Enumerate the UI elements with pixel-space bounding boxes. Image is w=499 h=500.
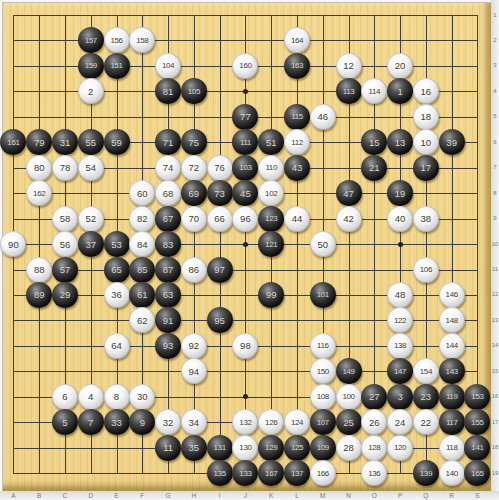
stone-move-number: 140 — [446, 469, 458, 478]
stone-black-139[interactable]: 139 — [413, 460, 439, 486]
stone-black-117[interactable]: 117 — [439, 409, 465, 435]
stone-black-71[interactable]: 71 — [155, 129, 181, 155]
stone-white-162[interactable]: 162 — [26, 180, 52, 206]
stone-move-number: 87 — [163, 264, 174, 275]
stone-white-50[interactable]: 50 — [310, 231, 336, 257]
stone-move-number: 163 — [291, 61, 303, 70]
stone-black-61[interactable]: 61 — [129, 282, 155, 308]
stone-move-number: 17 — [421, 162, 432, 173]
stone-white-24[interactable]: 24 — [387, 409, 413, 435]
stone-move-number: 119 — [446, 392, 458, 401]
stone-black-159[interactable]: 159 — [78, 53, 104, 79]
stone-move-number: 8 — [114, 391, 119, 402]
stone-move-number: 35 — [189, 442, 200, 453]
column-label-P: P — [393, 492, 407, 499]
stone-white-146[interactable]: 146 — [439, 282, 465, 308]
go-game-window: 1571561581641591511041601631220281105113… — [0, 0, 499, 500]
stone-black-141[interactable]: 141 — [464, 435, 490, 461]
stone-move-number: 148 — [446, 316, 458, 325]
stone-move-number: 120 — [394, 443, 406, 452]
stone-black-57[interactable]: 57 — [52, 257, 78, 283]
stone-black-115[interactable]: 115 — [284, 104, 310, 130]
stone-move-number: 167 — [265, 469, 277, 478]
stone-white-88[interactable]: 88 — [26, 257, 52, 283]
stone-white-112[interactable]: 112 — [284, 129, 310, 155]
stone-black-83[interactable]: 83 — [155, 231, 181, 257]
stone-black-77[interactable]: 77 — [232, 104, 258, 130]
stone-move-number: 33 — [111, 417, 122, 428]
stone-move-number: 85 — [137, 264, 148, 275]
stone-black-5[interactable]: 5 — [52, 409, 78, 435]
stone-move-number: 90 — [8, 239, 19, 250]
stone-black-43[interactable]: 43 — [284, 155, 310, 181]
stone-white-70[interactable]: 70 — [181, 206, 207, 232]
stone-move-number: 101 — [317, 290, 329, 299]
stone-move-number: 52 — [85, 213, 96, 224]
stone-move-number: 82 — [137, 213, 148, 224]
stone-white-26[interactable]: 26 — [361, 409, 387, 435]
stone-white-150[interactable]: 150 — [310, 358, 336, 384]
stone-white-102[interactable]: 102 — [258, 180, 284, 206]
stone-black-33[interactable]: 33 — [104, 409, 130, 435]
stone-move-number: 135 — [214, 469, 226, 478]
stone-move-number: 108 — [317, 392, 329, 401]
stone-white-30[interactable]: 30 — [129, 384, 155, 410]
stone-white-158[interactable]: 158 — [129, 27, 155, 53]
stone-black-133[interactable]: 133 — [232, 460, 258, 486]
stone-move-number: 117 — [446, 418, 458, 427]
stone-white-74[interactable]: 74 — [155, 155, 181, 181]
stone-move-number: 39 — [446, 137, 457, 148]
stone-white-110[interactable]: 110 — [258, 155, 284, 181]
stone-move-number: 104 — [162, 61, 174, 70]
stone-white-20[interactable]: 20 — [387, 53, 413, 79]
stone-white-66[interactable]: 66 — [207, 206, 233, 232]
stone-white-56[interactable]: 56 — [52, 231, 78, 257]
stone-black-153[interactable]: 153 — [464, 384, 490, 410]
stone-move-number: 75 — [189, 137, 200, 148]
row-label-9: 9 — [490, 215, 499, 221]
stone-black-51[interactable]: 51 — [258, 129, 284, 155]
stone-white-98[interactable]: 98 — [232, 333, 258, 359]
column-label-R: R — [445, 492, 459, 499]
stone-move-number: 126 — [265, 418, 277, 427]
stone-white-130[interactable]: 130 — [232, 435, 258, 461]
stone-black-151[interactable]: 151 — [104, 53, 130, 79]
stone-move-number: 43 — [292, 162, 303, 173]
stone-black-87[interactable]: 87 — [155, 257, 181, 283]
stone-white-94[interactable]: 94 — [181, 358, 207, 384]
row-label-10: 10 — [490, 241, 499, 247]
stone-white-128[interactable]: 128 — [361, 435, 387, 461]
stone-black-93[interactable]: 93 — [155, 333, 181, 359]
stone-black-47[interactable]: 47 — [336, 180, 362, 206]
stone-black-113[interactable]: 113 — [336, 78, 362, 104]
stone-black-143[interactable]: 143 — [439, 358, 465, 384]
stone-black-13[interactable]: 13 — [387, 129, 413, 155]
stone-white-76[interactable]: 76 — [207, 155, 233, 181]
stone-white-114[interactable]: 114 — [361, 78, 387, 104]
stone-black-81[interactable]: 81 — [155, 78, 181, 104]
stone-move-number: 139 — [420, 469, 432, 478]
stone-move-number: 18 — [421, 111, 432, 122]
stone-move-number: 81 — [163, 86, 174, 97]
stone-white-126[interactable]: 126 — [258, 409, 284, 435]
stone-move-number: 7 — [88, 417, 93, 428]
stone-black-29[interactable]: 29 — [52, 282, 78, 308]
stone-move-number: 56 — [60, 239, 71, 250]
stone-move-number: 137 — [291, 469, 303, 478]
column-label-O: O — [367, 492, 381, 499]
stone-white-96[interactable]: 96 — [232, 206, 258, 232]
row-label-8: 8 — [490, 190, 499, 196]
stone-move-number: 46 — [317, 111, 328, 122]
row-label-12: 12 — [490, 291, 499, 297]
stone-move-number: 16 — [421, 86, 432, 97]
stone-black-27[interactable]: 27 — [361, 384, 387, 410]
stone-black-99[interactable]: 99 — [258, 282, 284, 308]
stone-move-number: 2 — [88, 86, 93, 97]
stone-move-number: 146 — [446, 290, 458, 299]
stone-black-97[interactable]: 97 — [207, 257, 233, 283]
stone-move-number: 62 — [137, 315, 148, 326]
column-label-I: I — [213, 492, 227, 499]
stone-white-46[interactable]: 46 — [310, 104, 336, 130]
stone-move-number: 96 — [240, 213, 251, 224]
row-label-14: 14 — [490, 342, 499, 348]
stone-move-number: 32 — [163, 417, 174, 428]
stone-white-84[interactable]: 84 — [129, 231, 155, 257]
stone-move-number: 164 — [291, 36, 303, 45]
stone-move-number: 65 — [111, 264, 122, 275]
stone-black-17[interactable]: 17 — [413, 155, 439, 181]
row-label-11: 11 — [490, 266, 499, 272]
stone-move-number: 70 — [189, 213, 200, 224]
stone-move-number: 107 — [317, 418, 329, 427]
stone-white-6[interactable]: 6 — [52, 384, 78, 410]
stone-white-48[interactable]: 48 — [387, 282, 413, 308]
row-label-7: 7 — [490, 164, 499, 170]
stone-white-10[interactable]: 10 — [413, 129, 439, 155]
stone-black-137[interactable]: 137 — [284, 460, 310, 486]
stone-black-67[interactable]: 67 — [155, 206, 181, 232]
stone-black-15[interactable]: 15 — [361, 129, 387, 155]
stone-move-number: 99 — [266, 289, 277, 300]
row-label-17: 17 — [490, 419, 499, 425]
stone-move-number: 19 — [395, 188, 406, 199]
stone-white-34[interactable]: 34 — [181, 409, 207, 435]
row-label-2: 2 — [490, 37, 499, 43]
stone-white-120[interactable]: 120 — [387, 435, 413, 461]
stone-white-64[interactable]: 64 — [104, 333, 130, 359]
stone-move-number: 29 — [60, 289, 71, 300]
stone-white-140[interactable]: 140 — [439, 460, 465, 486]
stone-move-number: 129 — [265, 443, 277, 452]
stone-black-111[interactable]: 111 — [232, 129, 258, 155]
stone-white-124[interactable]: 124 — [284, 409, 310, 435]
stone-white-58[interactable]: 58 — [52, 206, 78, 232]
stone-move-number: 34 — [189, 417, 200, 428]
column-label-L: L — [290, 492, 304, 499]
stone-move-number: 30 — [137, 391, 148, 402]
stone-move-number: 94 — [189, 366, 200, 377]
stone-move-number: 6 — [62, 391, 67, 402]
stone-move-number: 122 — [394, 316, 406, 325]
column-label-G: G — [161, 492, 175, 499]
stone-move-number: 153 — [471, 392, 483, 401]
stone-white-166[interactable]: 166 — [310, 460, 336, 486]
column-label-A: A — [6, 492, 20, 499]
stone-black-107[interactable]: 107 — [310, 409, 336, 435]
star-point — [243, 242, 248, 247]
stone-white-72[interactable]: 72 — [181, 155, 207, 181]
column-label-F: F — [135, 492, 149, 499]
stone-move-number: 61 — [137, 289, 148, 300]
stone-move-number: 130 — [239, 443, 251, 452]
stone-black-161[interactable]: 161 — [0, 129, 26, 155]
stone-white-16[interactable]: 16 — [413, 78, 439, 104]
stone-white-32[interactable]: 32 — [155, 409, 181, 435]
stone-black-165[interactable]: 165 — [464, 460, 490, 486]
stone-black-9[interactable]: 9 — [129, 409, 155, 435]
stone-black-157[interactable]: 157 — [78, 27, 104, 53]
stone-move-number: 31 — [60, 137, 71, 148]
stone-move-number: 166 — [317, 469, 329, 478]
stone-black-73[interactable]: 73 — [207, 180, 233, 206]
stone-white-86[interactable]: 86 — [181, 257, 207, 283]
stone-white-156[interactable]: 156 — [104, 27, 130, 53]
stone-black-3[interactable]: 3 — [387, 384, 413, 410]
stone-white-44[interactable]: 44 — [284, 206, 310, 232]
stone-move-number: 27 — [369, 391, 380, 402]
stone-black-55[interactable]: 55 — [78, 129, 104, 155]
stone-white-104[interactable]: 104 — [155, 53, 181, 79]
stone-move-number: 144 — [446, 341, 458, 350]
stone-black-121[interactable]: 121 — [258, 231, 284, 257]
stone-white-38[interactable]: 38 — [413, 206, 439, 232]
column-label-D: D — [84, 492, 98, 499]
stone-black-123[interactable]: 123 — [258, 206, 284, 232]
stone-white-8[interactable]: 8 — [104, 384, 130, 410]
stone-move-number: 13 — [395, 137, 406, 148]
stone-black-31[interactable]: 31 — [52, 129, 78, 155]
stone-white-116[interactable]: 116 — [310, 333, 336, 359]
stone-white-62[interactable]: 62 — [129, 307, 155, 333]
stone-black-89[interactable]: 89 — [26, 282, 52, 308]
stone-black-155[interactable]: 155 — [464, 409, 490, 435]
stone-move-number: 74 — [163, 162, 174, 173]
row-label-4: 4 — [490, 88, 499, 94]
stone-black-135[interactable]: 135 — [207, 460, 233, 486]
stone-black-129[interactable]: 129 — [258, 435, 284, 461]
stone-white-54[interactable]: 54 — [78, 155, 104, 181]
stone-move-number: 150 — [317, 367, 329, 376]
stone-move-number: 69 — [189, 188, 200, 199]
stone-white-164[interactable]: 164 — [284, 27, 310, 53]
stone-move-number: 116 — [317, 341, 329, 350]
column-label-N: N — [342, 492, 356, 499]
stone-move-number: 158 — [136, 36, 148, 45]
stone-move-number: 51 — [266, 137, 277, 148]
stone-white-2[interactable]: 2 — [78, 78, 104, 104]
column-label-B: B — [32, 492, 46, 499]
go-board[interactable]: 1571561581641591511041601631220281105113… — [3, 3, 491, 491]
stone-white-122[interactable]: 122 — [387, 307, 413, 333]
stone-black-59[interactable]: 59 — [104, 129, 130, 155]
stone-move-number: 115 — [291, 112, 303, 121]
stone-move-number: 24 — [395, 417, 406, 428]
stone-white-68[interactable]: 68 — [155, 180, 181, 206]
grid-horizontal-line — [13, 15, 478, 16]
stone-move-number: 4 — [88, 391, 93, 402]
stone-black-69[interactable]: 69 — [181, 180, 207, 206]
stone-black-45[interactable]: 45 — [232, 180, 258, 206]
stone-white-106[interactable]: 106 — [413, 257, 439, 283]
stone-black-21[interactable]: 21 — [361, 155, 387, 181]
stone-move-number: 133 — [239, 469, 251, 478]
stone-black-11[interactable]: 11 — [155, 435, 181, 461]
stone-black-75[interactable]: 75 — [181, 129, 207, 155]
stone-white-42[interactable]: 42 — [336, 206, 362, 232]
stone-move-number: 103 — [239, 163, 251, 172]
stone-white-18[interactable]: 18 — [413, 104, 439, 130]
stone-move-number: 37 — [85, 239, 96, 250]
stone-white-28[interactable]: 28 — [336, 435, 362, 461]
stone-white-80[interactable]: 80 — [26, 155, 52, 181]
stone-white-148[interactable]: 148 — [439, 307, 465, 333]
stone-black-39[interactable]: 39 — [439, 129, 465, 155]
stone-move-number: 80 — [34, 162, 45, 173]
stone-move-number: 57 — [60, 264, 71, 275]
stone-move-number: 156 — [110, 36, 122, 45]
stone-white-78[interactable]: 78 — [52, 155, 78, 181]
stone-black-79[interactable]: 79 — [26, 129, 52, 155]
stone-black-91[interactable]: 91 — [155, 307, 181, 333]
stone-black-19[interactable]: 19 — [387, 180, 413, 206]
stone-white-22[interactable]: 22 — [413, 409, 439, 435]
stone-white-92[interactable]: 92 — [181, 333, 207, 359]
stone-move-number: 84 — [137, 239, 148, 250]
stone-white-40[interactable]: 40 — [387, 206, 413, 232]
stone-white-132[interactable]: 132 — [232, 409, 258, 435]
stone-white-160[interactable]: 160 — [232, 53, 258, 79]
stone-move-number: 66 — [214, 213, 225, 224]
stone-move-number: 3 — [397, 391, 402, 402]
stone-move-number: 165 — [471, 469, 483, 478]
stone-move-number: 12 — [343, 60, 354, 71]
stone-white-60[interactable]: 60 — [129, 180, 155, 206]
stone-move-number: 58 — [60, 213, 71, 224]
stone-black-85[interactable]: 85 — [129, 257, 155, 283]
stone-white-136[interactable]: 136 — [361, 460, 387, 486]
star-point — [398, 242, 403, 247]
stone-black-65[interactable]: 65 — [104, 257, 130, 283]
row-label-18: 18 — [490, 444, 499, 450]
stone-black-35[interactable]: 35 — [181, 435, 207, 461]
stone-move-number: 11 — [163, 442, 173, 453]
stone-white-138[interactable]: 138 — [387, 333, 413, 359]
stone-white-36[interactable]: 36 — [104, 282, 130, 308]
stone-move-number: 114 — [369, 87, 381, 96]
stone-move-number: 131 — [214, 443, 226, 452]
stone-black-23[interactable]: 23 — [413, 384, 439, 410]
row-label-3: 3 — [490, 62, 499, 68]
stone-move-number: 54 — [85, 162, 96, 173]
stone-move-number: 157 — [85, 36, 97, 45]
stone-move-number: 26 — [369, 417, 380, 428]
stone-black-163[interactable]: 163 — [284, 53, 310, 79]
stone-white-108[interactable]: 108 — [310, 384, 336, 410]
stone-move-number: 89 — [34, 289, 45, 300]
column-label-S: S — [470, 492, 484, 499]
stone-move-number: 72 — [189, 162, 200, 173]
stone-black-25[interactable]: 25 — [336, 409, 362, 435]
stone-black-119[interactable]: 119 — [439, 384, 465, 410]
stone-white-144[interactable]: 144 — [439, 333, 465, 359]
stone-black-125[interactable]: 125 — [284, 435, 310, 461]
stone-move-number: 78 — [60, 162, 71, 173]
stone-black-101[interactable]: 101 — [310, 282, 336, 308]
stone-black-7[interactable]: 7 — [78, 409, 104, 435]
stone-white-4[interactable]: 4 — [78, 384, 104, 410]
column-label-Q: Q — [419, 492, 433, 499]
stone-move-number: 113 — [343, 87, 355, 96]
row-label-1: 1 — [490, 12, 499, 18]
stone-white-52[interactable]: 52 — [78, 206, 104, 232]
stone-black-103[interactable]: 103 — [232, 155, 258, 181]
stone-black-95[interactable]: 95 — [207, 307, 233, 333]
stone-move-number: 88 — [34, 264, 45, 275]
stone-black-167[interactable]: 167 — [258, 460, 284, 486]
stone-black-63[interactable]: 63 — [155, 282, 181, 308]
column-label-J: J — [238, 492, 252, 499]
stone-black-105[interactable]: 105 — [181, 78, 207, 104]
stone-black-147[interactable]: 147 — [387, 358, 413, 384]
stone-move-number: 73 — [214, 188, 225, 199]
stone-move-number: 45 — [240, 188, 251, 199]
column-label-E: E — [110, 492, 124, 499]
stone-move-number: 60 — [137, 188, 148, 199]
stone-move-number: 106 — [420, 265, 432, 274]
stone-move-number: 38 — [421, 213, 432, 224]
stone-move-number: 50 — [317, 239, 328, 250]
stone-move-number: 162 — [33, 189, 45, 198]
stone-move-number: 93 — [163, 340, 174, 351]
stone-black-53[interactable]: 53 — [104, 231, 130, 257]
stone-move-number: 47 — [343, 188, 354, 199]
stone-white-100[interactable]: 100 — [336, 384, 362, 410]
stone-move-number: 23 — [421, 391, 432, 402]
stone-move-number: 48 — [395, 289, 406, 300]
column-label-K: K — [264, 492, 278, 499]
stone-white-90[interactable]: 90 — [0, 231, 26, 257]
stone-black-149[interactable]: 149 — [336, 358, 362, 384]
stone-white-82[interactable]: 82 — [129, 206, 155, 232]
stone-black-109[interactable]: 109 — [310, 435, 336, 461]
stone-move-number: 125 — [291, 443, 303, 452]
stone-black-131[interactable]: 131 — [207, 435, 233, 461]
stone-white-12[interactable]: 12 — [336, 53, 362, 79]
stone-black-1[interactable]: 1 — [387, 78, 413, 104]
stone-move-number: 1 — [397, 86, 402, 97]
stone-move-number: 155 — [471, 418, 483, 427]
stone-move-number: 15 — [369, 137, 380, 148]
column-label-H: H — [187, 492, 201, 499]
stone-black-37[interactable]: 37 — [78, 231, 104, 257]
stone-white-118[interactable]: 118 — [439, 435, 465, 461]
stone-white-154[interactable]: 154 — [413, 358, 439, 384]
stone-move-number: 44 — [292, 213, 303, 224]
